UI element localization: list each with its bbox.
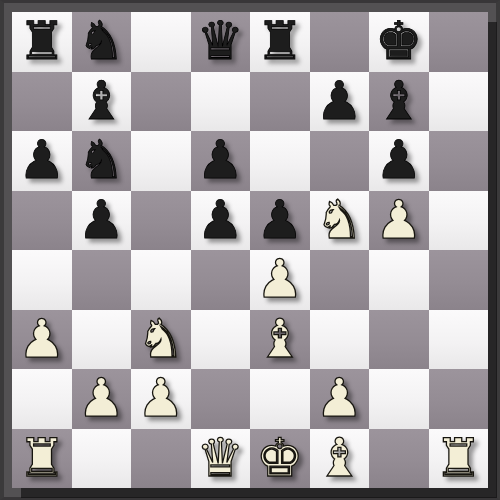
square-f8[interactable]: [310, 12, 370, 72]
square-a4[interactable]: [12, 250, 72, 310]
square-e1[interactable]: ♚: [250, 429, 310, 489]
square-a6[interactable]: ♟: [12, 131, 72, 191]
square-h2[interactable]: [429, 369, 489, 429]
square-c2[interactable]: ♟: [131, 369, 191, 429]
square-g4[interactable]: [369, 250, 429, 310]
square-g3[interactable]: [369, 310, 429, 370]
black-bishop-piece[interactable]: ♝: [375, 74, 423, 127]
white-rook-piece[interactable]: ♜: [18, 431, 66, 484]
square-d7[interactable]: [191, 72, 251, 132]
white-pawn-piece[interactable]: ♟: [137, 371, 185, 424]
black-king-piece[interactable]: ♚: [375, 14, 423, 67]
square-c7[interactable]: [131, 72, 191, 132]
square-f5[interactable]: ♞: [310, 191, 370, 251]
square-g1[interactable]: [369, 429, 429, 489]
square-f3[interactable]: [310, 310, 370, 370]
square-h8[interactable]: [429, 12, 489, 72]
square-b2[interactable]: ♟: [72, 369, 132, 429]
square-a7[interactable]: [12, 72, 72, 132]
square-g8[interactable]: ♚: [369, 12, 429, 72]
square-d3[interactable]: [191, 310, 251, 370]
white-pawn-piece[interactable]: ♟: [18, 312, 66, 365]
square-f1[interactable]: ♝: [310, 429, 370, 489]
square-a5[interactable]: [12, 191, 72, 251]
square-a8[interactable]: ♜: [12, 12, 72, 72]
square-c5[interactable]: [131, 191, 191, 251]
square-g6[interactable]: ♟: [369, 131, 429, 191]
square-c8[interactable]: [131, 12, 191, 72]
black-pawn-piece[interactable]: ♟: [196, 133, 244, 186]
square-f2[interactable]: ♟: [310, 369, 370, 429]
white-pawn-piece[interactable]: ♟: [375, 193, 423, 246]
square-f6[interactable]: [310, 131, 370, 191]
black-pawn-piece[interactable]: ♟: [256, 193, 304, 246]
black-pawn-piece[interactable]: ♟: [77, 193, 125, 246]
square-d1[interactable]: ♛: [191, 429, 251, 489]
square-a3[interactable]: ♟: [12, 310, 72, 370]
square-f4[interactable]: [310, 250, 370, 310]
white-bishop-piece[interactable]: ♝: [315, 431, 363, 484]
square-b4[interactable]: [72, 250, 132, 310]
square-h4[interactable]: [429, 250, 489, 310]
square-b7[interactable]: ♝: [72, 72, 132, 132]
square-b1[interactable]: [72, 429, 132, 489]
chessboard-frame: ♜♞♛♜♚♝♟♝♟♞♟♟♟♟♟♞♟♟♟♞♝♟♟♟♜♛♚♝♜: [0, 0, 500, 500]
white-pawn-piece[interactable]: ♟: [77, 371, 125, 424]
square-d5[interactable]: ♟: [191, 191, 251, 251]
black-bishop-piece[interactable]: ♝: [77, 74, 125, 127]
square-h1[interactable]: ♜: [429, 429, 489, 489]
square-h3[interactable]: [429, 310, 489, 370]
square-e6[interactable]: [250, 131, 310, 191]
black-pawn-piece[interactable]: ♟: [315, 74, 363, 127]
square-c3[interactable]: ♞: [131, 310, 191, 370]
square-e8[interactable]: ♜: [250, 12, 310, 72]
black-pawn-piece[interactable]: ♟: [18, 133, 66, 186]
square-a1[interactable]: ♜: [12, 429, 72, 489]
black-rook-piece[interactable]: ♜: [256, 14, 304, 67]
square-d6[interactable]: ♟: [191, 131, 251, 191]
square-g2[interactable]: [369, 369, 429, 429]
square-e3[interactable]: ♝: [250, 310, 310, 370]
black-pawn-piece[interactable]: ♟: [196, 193, 244, 246]
square-b3[interactable]: [72, 310, 132, 370]
square-f7[interactable]: ♟: [310, 72, 370, 132]
square-g5[interactable]: ♟: [369, 191, 429, 251]
square-c6[interactable]: [131, 131, 191, 191]
square-e5[interactable]: ♟: [250, 191, 310, 251]
square-d8[interactable]: ♛: [191, 12, 251, 72]
square-c4[interactable]: [131, 250, 191, 310]
black-knight-piece[interactable]: ♞: [77, 133, 125, 186]
square-b8[interactable]: ♞: [72, 12, 132, 72]
square-h6[interactable]: [429, 131, 489, 191]
square-e4[interactable]: ♟: [250, 250, 310, 310]
white-bishop-piece[interactable]: ♝: [256, 312, 304, 365]
white-king-piece[interactable]: ♚: [256, 431, 304, 484]
square-e2[interactable]: [250, 369, 310, 429]
black-pawn-piece[interactable]: ♟: [375, 133, 423, 186]
square-h5[interactable]: [429, 191, 489, 251]
square-c1[interactable]: [131, 429, 191, 489]
white-knight-piece[interactable]: ♞: [315, 193, 363, 246]
black-rook-piece[interactable]: ♜: [18, 14, 66, 67]
black-knight-piece[interactable]: ♞: [77, 14, 125, 67]
square-a2[interactable]: [12, 369, 72, 429]
black-queen-piece[interactable]: ♛: [196, 14, 244, 67]
white-queen-piece[interactable]: ♛: [196, 431, 244, 484]
white-knight-piece[interactable]: ♞: [137, 312, 185, 365]
white-pawn-piece[interactable]: ♟: [315, 371, 363, 424]
square-h7[interactable]: [429, 72, 489, 132]
square-d4[interactable]: [191, 250, 251, 310]
square-b6[interactable]: ♞: [72, 131, 132, 191]
white-pawn-piece[interactable]: ♟: [256, 252, 304, 305]
white-rook-piece[interactable]: ♜: [434, 431, 482, 484]
square-g7[interactable]: ♝: [369, 72, 429, 132]
square-b5[interactable]: ♟: [72, 191, 132, 251]
chessboard: ♜♞♛♜♚♝♟♝♟♞♟♟♟♟♟♞♟♟♟♞♝♟♟♟♜♛♚♝♜: [12, 12, 488, 488]
square-e7[interactable]: [250, 72, 310, 132]
square-d2[interactable]: [191, 369, 251, 429]
